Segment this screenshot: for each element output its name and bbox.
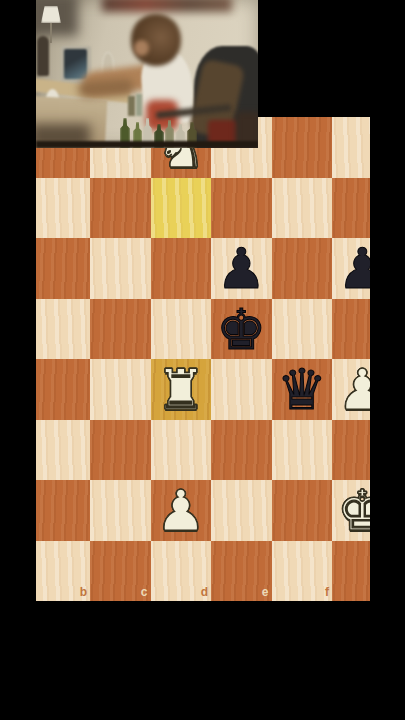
monitor-screen — [64, 49, 87, 79]
square-b1[interactable]: b — [36, 541, 90, 602]
square-c1[interactable]: c — [90, 541, 151, 602]
square-c7[interactable] — [90, 178, 151, 239]
shelf-items — [102, 0, 232, 12]
square-d2[interactable]: ♟ — [151, 480, 212, 541]
square-c4[interactable] — [90, 359, 151, 420]
square-c2[interactable] — [90, 480, 151, 541]
bottle — [136, 94, 142, 116]
chess-board[interactable]: ♞♟♟♚♜♛♟♟♚abcdefgh — [36, 117, 370, 601]
square-d1[interactable]: d — [151, 541, 212, 602]
square-f6[interactable] — [272, 238, 333, 299]
lamp-pole — [50, 23, 52, 43]
table-edge — [36, 141, 258, 148]
square-b3[interactable] — [36, 420, 90, 481]
square-g4[interactable]: ♟ — [332, 359, 370, 420]
square-g3[interactable] — [332, 420, 370, 481]
square-b5[interactable] — [36, 299, 90, 360]
square-d5[interactable] — [151, 299, 212, 360]
file-label-e: e — [262, 585, 269, 599]
square-f5[interactable] — [272, 299, 333, 360]
black-king-piece[interactable]: ♚ — [211, 300, 272, 361]
square-b2[interactable] — [36, 480, 90, 541]
file-label-b: b — [80, 585, 87, 599]
square-g2[interactable]: ♚ — [332, 480, 370, 541]
square-g5[interactable] — [332, 299, 370, 360]
square-f1[interactable]: f — [272, 541, 333, 602]
white-pawn-piece[interactable]: ♟ — [332, 360, 370, 421]
white-rook-piece[interactable]: ♜ — [151, 360, 212, 421]
square-e5[interactable]: ♚ — [211, 299, 272, 360]
square-f4[interactable]: ♛ — [272, 359, 333, 420]
square-c6[interactable] — [90, 238, 151, 299]
file-label-c: c — [141, 585, 148, 599]
black-pawn-piece[interactable]: ♟ — [332, 239, 370, 300]
square-e3[interactable] — [211, 420, 272, 481]
square-e6[interactable]: ♟ — [211, 238, 272, 299]
white-pawn-piece[interactable]: ♟ — [151, 481, 212, 542]
square-b7[interactable] — [36, 178, 90, 239]
webcam-overlay — [36, 0, 258, 148]
square-e1[interactable]: e — [211, 541, 272, 602]
square-g6[interactable]: ♟ — [332, 238, 370, 299]
file-label-d: d — [201, 585, 208, 599]
file-label-f: f — [325, 585, 329, 599]
square-d4[interactable]: ♜ — [151, 359, 212, 420]
square-f7[interactable] — [272, 178, 333, 239]
square-f8[interactable] — [272, 117, 333, 178]
square-e2[interactable] — [211, 480, 272, 541]
black-pawn-piece[interactable]: ♟ — [211, 239, 272, 300]
white-king-piece[interactable]: ♚ — [332, 481, 370, 542]
person-face — [134, 40, 149, 56]
square-g1[interactable]: g — [332, 541, 370, 602]
square-c3[interactable] — [90, 420, 151, 481]
bottle — [128, 96, 135, 116]
square-f2[interactable] — [272, 480, 333, 541]
square-g7[interactable] — [332, 178, 370, 239]
square-b6[interactable] — [36, 238, 90, 299]
square-c5[interactable] — [90, 299, 151, 360]
board-viewport: ♞♟♟♚♜♛♟♟♚abcdefgh — [36, 117, 370, 601]
figurine — [37, 36, 49, 76]
black-queen-piece[interactable]: ♛ — [272, 360, 333, 421]
video-frame: ♞♟♟♚♜♛♟♟♚abcdefgh — [0, 0, 405, 720]
square-b4[interactable] — [36, 359, 90, 420]
square-d3[interactable] — [151, 420, 212, 481]
square-e4[interactable] — [211, 359, 272, 420]
square-d6[interactable] — [151, 238, 212, 299]
square-e7[interactable] — [211, 178, 272, 239]
square-g8[interactable] — [332, 117, 370, 178]
square-d7[interactable] — [151, 178, 212, 239]
square-f3[interactable] — [272, 420, 333, 481]
